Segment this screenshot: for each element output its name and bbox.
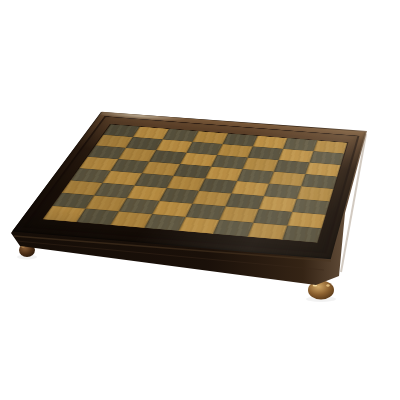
board-top-face (43, 124, 348, 242)
board-square-h1 (282, 226, 321, 243)
board-square-g1 (248, 223, 288, 240)
chessboard-product-photo (0, 0, 400, 400)
right-foot-glint-2 (326, 284, 329, 286)
